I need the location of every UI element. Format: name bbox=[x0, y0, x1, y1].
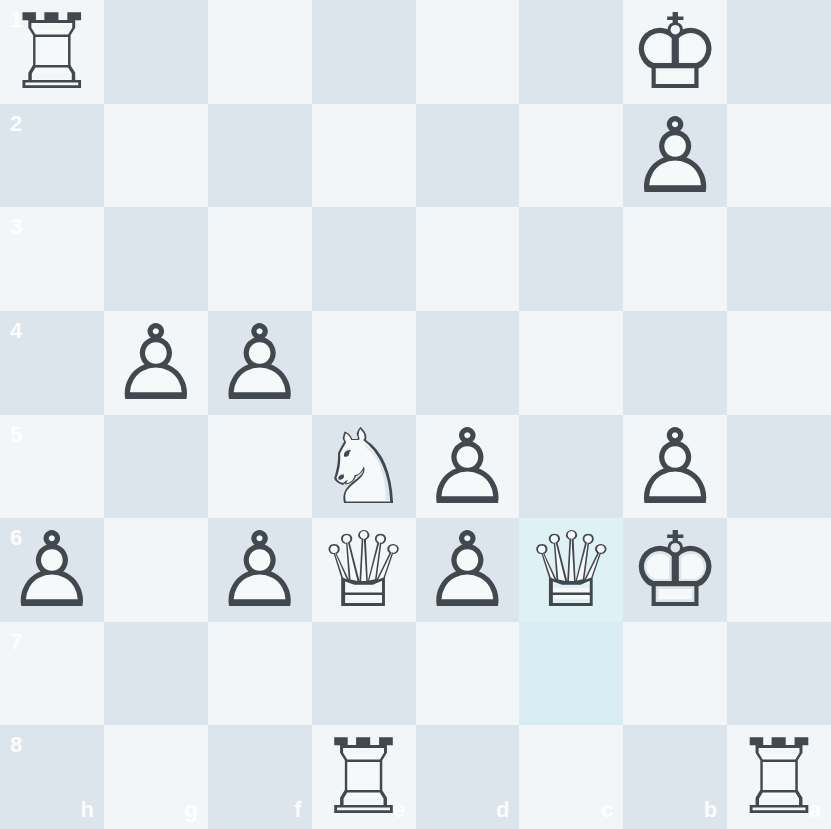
queen-outline-glyph: ♕ bbox=[525, 518, 618, 622]
square-a2[interactable] bbox=[727, 104, 831, 208]
square-g1[interactable] bbox=[104, 0, 208, 104]
square-c1[interactable] bbox=[519, 0, 623, 104]
queen-outline-glyph: ♕ bbox=[317, 518, 410, 622]
square-f8[interactable]: f bbox=[208, 725, 312, 829]
piece-white-king-b6[interactable]: ♚♔ bbox=[623, 518, 727, 622]
square-e8[interactable]: e♜♖ bbox=[312, 725, 416, 829]
square-e5[interactable]: ♞♘ bbox=[312, 415, 416, 519]
square-c2[interactable] bbox=[519, 104, 623, 208]
square-a3[interactable] bbox=[727, 207, 831, 311]
square-b3[interactable] bbox=[623, 207, 727, 311]
rook-outline-glyph: ♖ bbox=[317, 725, 410, 829]
piece-white-pawn-g4[interactable]: ♟♙ bbox=[104, 311, 208, 415]
knight-outline-glyph: ♘ bbox=[317, 415, 410, 519]
square-f5[interactable] bbox=[208, 415, 312, 519]
file-label-b: b bbox=[704, 799, 717, 821]
square-h6[interactable]: 6♟♙ bbox=[0, 518, 104, 622]
piece-white-knight-e5[interactable]: ♞♘ bbox=[312, 415, 416, 519]
square-c3[interactable] bbox=[519, 207, 623, 311]
square-f4[interactable]: ♟♙ bbox=[208, 311, 312, 415]
rank-label-5: 5 bbox=[10, 424, 22, 446]
rook-outline-glyph: ♖ bbox=[732, 725, 825, 829]
square-d1[interactable] bbox=[416, 0, 520, 104]
square-h2[interactable]: 2 bbox=[0, 104, 104, 208]
square-b8[interactable]: b bbox=[623, 725, 727, 829]
square-h8[interactable]: 8h bbox=[0, 725, 104, 829]
square-d6[interactable]: ♟♙ bbox=[416, 518, 520, 622]
piece-white-pawn-d5[interactable]: ♟♙ bbox=[416, 415, 520, 519]
square-a1[interactable] bbox=[727, 0, 831, 104]
square-e6[interactable]: ♛♕ bbox=[312, 518, 416, 622]
rank-label-8: 8 bbox=[10, 734, 22, 756]
chess-board: 1♜♖♚♔2♟♙34♟♙♟♙5♞♘♟♙♟♙6♟♙♟♙♛♕♟♙♛♕♚♔78hgfe… bbox=[0, 0, 831, 829]
square-b5[interactable]: ♟♙ bbox=[623, 415, 727, 519]
square-g8[interactable]: g bbox=[104, 725, 208, 829]
piece-white-rook-e8[interactable]: ♜♖ bbox=[312, 725, 416, 829]
pawn-outline-glyph: ♙ bbox=[421, 415, 514, 519]
square-e2[interactable] bbox=[312, 104, 416, 208]
square-b2[interactable]: ♟♙ bbox=[623, 104, 727, 208]
king-outline-glyph: ♔ bbox=[629, 518, 722, 622]
piece-white-king-b1[interactable]: ♚♔ bbox=[623, 0, 727, 104]
rook-outline-glyph: ♖ bbox=[5, 0, 98, 104]
square-g6[interactable] bbox=[104, 518, 208, 622]
square-d4[interactable] bbox=[416, 311, 520, 415]
square-a6[interactable] bbox=[727, 518, 831, 622]
piece-white-pawn-b5[interactable]: ♟♙ bbox=[623, 415, 727, 519]
rank-label-2: 2 bbox=[10, 113, 22, 135]
square-e1[interactable] bbox=[312, 0, 416, 104]
rank-label-4: 4 bbox=[10, 320, 22, 342]
file-label-f: f bbox=[294, 799, 301, 821]
piece-white-pawn-d6[interactable]: ♟♙ bbox=[416, 518, 520, 622]
square-c5[interactable] bbox=[519, 415, 623, 519]
piece-white-pawn-f6[interactable]: ♟♙ bbox=[208, 518, 312, 622]
square-c4[interactable] bbox=[519, 311, 623, 415]
rank-label-7: 7 bbox=[10, 631, 22, 653]
piece-white-rook-a8[interactable]: ♜♖ bbox=[727, 725, 831, 829]
square-e4[interactable] bbox=[312, 311, 416, 415]
square-d8[interactable]: d bbox=[416, 725, 520, 829]
square-d5[interactable]: ♟♙ bbox=[416, 415, 520, 519]
square-f2[interactable] bbox=[208, 104, 312, 208]
square-h4[interactable]: 4 bbox=[0, 311, 104, 415]
square-b6[interactable]: ♚♔ bbox=[623, 518, 727, 622]
file-label-h: h bbox=[80, 799, 93, 821]
square-c8[interactable]: c bbox=[519, 725, 623, 829]
file-label-g: g bbox=[184, 799, 197, 821]
square-e7[interactable] bbox=[312, 622, 416, 726]
square-d3[interactable] bbox=[416, 207, 520, 311]
square-g7[interactable] bbox=[104, 622, 208, 726]
piece-white-rook-h1[interactable]: ♜♖ bbox=[0, 0, 104, 104]
square-h3[interactable]: 3 bbox=[0, 207, 104, 311]
piece-white-pawn-h6[interactable]: ♟♙ bbox=[0, 518, 104, 622]
pawn-outline-glyph: ♙ bbox=[213, 311, 306, 415]
square-e3[interactable] bbox=[312, 207, 416, 311]
square-g5[interactable] bbox=[104, 415, 208, 519]
square-b4[interactable] bbox=[623, 311, 727, 415]
pawn-outline-glyph: ♙ bbox=[421, 518, 514, 622]
square-d2[interactable] bbox=[416, 104, 520, 208]
square-f6[interactable]: ♟♙ bbox=[208, 518, 312, 622]
rank-label-3: 3 bbox=[10, 216, 22, 238]
square-f7[interactable] bbox=[208, 622, 312, 726]
pawn-outline-glyph: ♙ bbox=[629, 104, 722, 208]
piece-white-queen-c6[interactable]: ♛♕ bbox=[519, 518, 623, 622]
file-label-d: d bbox=[496, 799, 509, 821]
king-outline-glyph: ♔ bbox=[629, 0, 722, 104]
square-h5[interactable]: 5 bbox=[0, 415, 104, 519]
square-g3[interactable] bbox=[104, 207, 208, 311]
square-h7[interactable]: 7 bbox=[0, 622, 104, 726]
pawn-outline-glyph: ♙ bbox=[5, 518, 98, 622]
square-g4[interactable]: ♟♙ bbox=[104, 311, 208, 415]
pawn-outline-glyph: ♙ bbox=[213, 518, 306, 622]
file-label-c: c bbox=[601, 799, 613, 821]
piece-white-pawn-f4[interactable]: ♟♙ bbox=[208, 311, 312, 415]
piece-white-queen-e6[interactable]: ♛♕ bbox=[312, 518, 416, 622]
square-f1[interactable] bbox=[208, 0, 312, 104]
square-a4[interactable] bbox=[727, 311, 831, 415]
square-d7[interactable] bbox=[416, 622, 520, 726]
square-c7[interactable] bbox=[519, 622, 623, 726]
piece-white-pawn-b2[interactable]: ♟♙ bbox=[623, 104, 727, 208]
square-a7[interactable] bbox=[727, 622, 831, 726]
square-a5[interactable] bbox=[727, 415, 831, 519]
square-c6[interactable]: ♛♕ bbox=[519, 518, 623, 622]
square-b1[interactable]: ♚♔ bbox=[623, 0, 727, 104]
square-f3[interactable] bbox=[208, 207, 312, 311]
square-b7[interactable] bbox=[623, 622, 727, 726]
square-g2[interactable] bbox=[104, 104, 208, 208]
square-a8[interactable]: a♜♖ bbox=[727, 725, 831, 829]
pawn-outline-glyph: ♙ bbox=[629, 415, 722, 519]
square-h1[interactable]: 1♜♖ bbox=[0, 0, 104, 104]
pawn-outline-glyph: ♙ bbox=[109, 311, 202, 415]
